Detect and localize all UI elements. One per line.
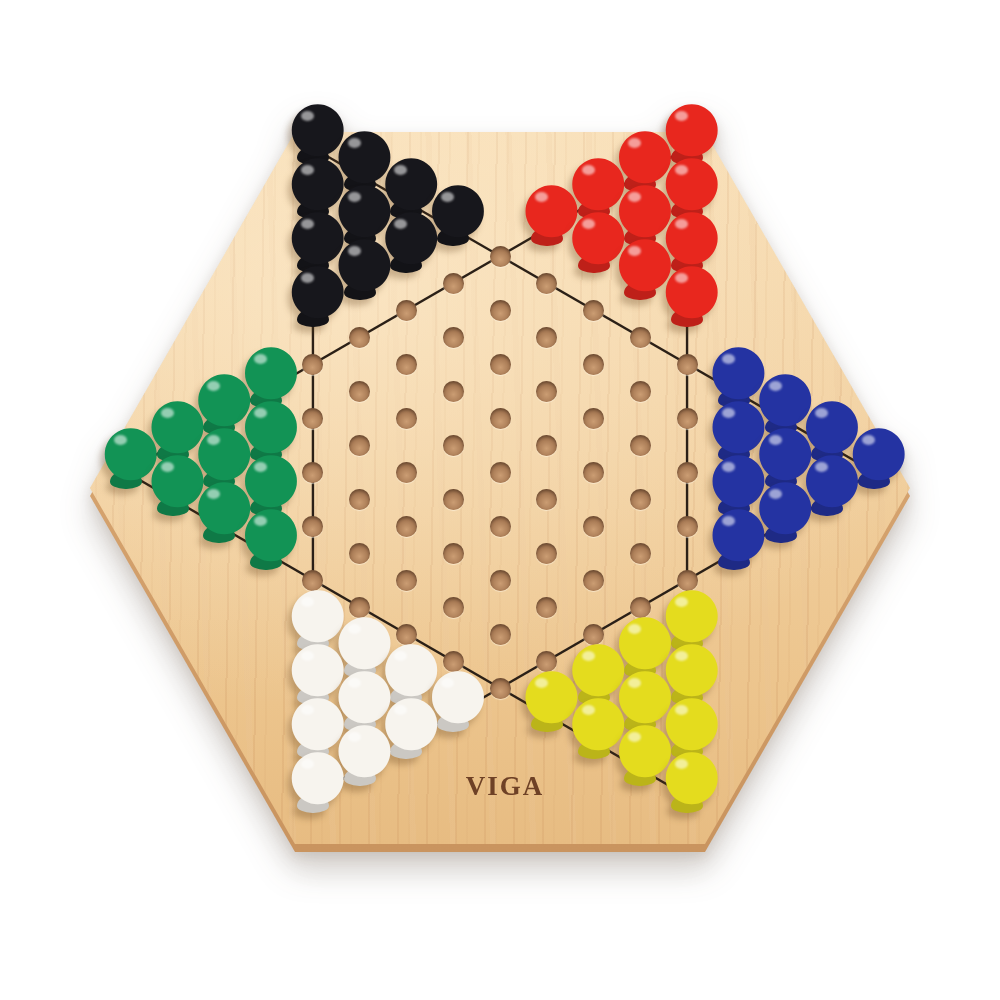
peg-ball: ● (241, 505, 291, 559)
peg-red[interactable]: ● (522, 181, 572, 247)
peg-yellow[interactable]: ● (522, 667, 572, 733)
board-hole[interactable] (677, 408, 698, 429)
peg-green[interactable]: ● (101, 424, 151, 490)
board-hole[interactable] (536, 543, 557, 564)
board-hole[interactable] (443, 489, 464, 510)
board-hole[interactable] (536, 327, 557, 348)
board-hole[interactable] (630, 327, 651, 348)
board-hole[interactable] (630, 381, 651, 402)
board-hole[interactable] (396, 300, 417, 321)
board-hole[interactable] (396, 462, 417, 483)
peg-ball: ● (522, 667, 572, 721)
chinese-checkers-board: ●●●●●●●●●●●●●●●●●●●●●●●●●●●●●●●●●●●●●●●●… (0, 0, 1000, 1000)
board-hole[interactable] (443, 273, 464, 294)
peg-yellow[interactable]: ● (569, 694, 619, 760)
board-hole[interactable] (443, 381, 464, 402)
board-hole[interactable] (349, 489, 370, 510)
board-hole[interactable] (396, 516, 417, 537)
board-hole[interactable] (536, 273, 557, 294)
board-hole[interactable] (583, 516, 604, 537)
board-hole[interactable] (302, 408, 323, 429)
brand-logo: VIGA (466, 771, 545, 802)
board-hole[interactable] (630, 543, 651, 564)
board-hole[interactable] (536, 597, 557, 618)
board-hole[interactable] (536, 435, 557, 456)
board-hole[interactable] (302, 516, 323, 537)
peg-ball: ● (288, 748, 338, 802)
board-hole[interactable] (630, 489, 651, 510)
peg-ball: ● (148, 451, 198, 505)
peg-ball: ● (662, 748, 712, 802)
board-hole[interactable] (349, 435, 370, 456)
board-hole[interactable] (443, 597, 464, 618)
peg-ball: ● (569, 694, 619, 748)
peg-ball: ● (615, 721, 665, 775)
peg-ball: ● (288, 262, 338, 316)
board-hole[interactable] (443, 435, 464, 456)
board-hole[interactable] (396, 570, 417, 591)
peg-white[interactable]: ● (288, 748, 338, 814)
peg-black[interactable]: ● (288, 262, 338, 328)
board-hole[interactable] (302, 354, 323, 375)
board-hole[interactable] (583, 570, 604, 591)
board-hole[interactable] (490, 408, 511, 429)
peg-yellow[interactable]: ● (662, 748, 712, 814)
board-hole[interactable] (490, 354, 511, 375)
board-hole[interactable] (490, 678, 511, 699)
board-hole[interactable] (349, 543, 370, 564)
board-hole[interactable] (443, 327, 464, 348)
peg-blue[interactable]: ● (709, 505, 759, 571)
board-hole[interactable] (490, 246, 511, 267)
board-hole[interactable] (583, 300, 604, 321)
peg-yellow[interactable]: ● (615, 721, 665, 787)
board-hole[interactable] (490, 624, 511, 645)
board-hole[interactable] (490, 300, 511, 321)
board-hole[interactable] (490, 570, 511, 591)
board-hole[interactable] (677, 462, 698, 483)
peg-ball: ● (522, 181, 572, 235)
board-hole[interactable] (536, 381, 557, 402)
peg-red[interactable]: ● (662, 262, 712, 328)
peg-red[interactable]: ● (615, 235, 665, 301)
peg-ball: ● (615, 235, 665, 289)
peg-ball: ● (194, 478, 244, 532)
board-hole[interactable] (490, 462, 511, 483)
peg-green[interactable]: ● (194, 478, 244, 544)
product-photo-background: ●●●●●●●●●●●●●●●●●●●●●●●●●●●●●●●●●●●●●●●●… (0, 0, 1000, 1000)
board-hole[interactable] (443, 543, 464, 564)
board-hole[interactable] (630, 435, 651, 456)
board-hole[interactable] (677, 354, 698, 375)
board-hole[interactable] (677, 516, 698, 537)
board-hole[interactable] (396, 408, 417, 429)
board-hole[interactable] (536, 489, 557, 510)
board-hole[interactable] (302, 462, 323, 483)
board-hole[interactable] (583, 408, 604, 429)
board-hole[interactable] (349, 381, 370, 402)
board-hole[interactable] (349, 327, 370, 348)
peg-green[interactable]: ● (148, 451, 198, 517)
board-hole[interactable] (583, 462, 604, 483)
board-hole[interactable] (490, 516, 511, 537)
board-hole[interactable] (583, 354, 604, 375)
peg-ball: ● (101, 424, 151, 478)
peg-green[interactable]: ● (241, 505, 291, 571)
peg-ball: ● (709, 505, 759, 559)
board-hole[interactable] (396, 354, 417, 375)
peg-ball: ● (569, 208, 619, 262)
peg-ball: ● (662, 262, 712, 316)
peg-red[interactable]: ● (569, 208, 619, 274)
